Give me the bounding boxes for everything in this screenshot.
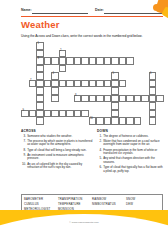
grid-empty [141, 42, 149, 50]
grid-cell[interactable] [111, 117, 119, 125]
grid-cell[interactable] [111, 95, 119, 103]
grid-empty [89, 65, 97, 73]
grid-empty [59, 72, 67, 80]
grid-cell[interactable] [44, 80, 52, 88]
grid-empty [96, 87, 104, 95]
clue-text: An instrument used to measure atmospheri… [27, 154, 93, 161]
grid-empty [156, 80, 164, 88]
grid-empty [21, 87, 29, 95]
clue-item: 10.An arc of colored light in the sky ca… [21, 163, 93, 170]
page-title: Weather [21, 19, 60, 30]
grid-cell[interactable] [44, 110, 52, 118]
grid-cell[interactable]: 2 [59, 50, 67, 58]
grid-empty [29, 57, 37, 65]
clue-number: 1. [97, 135, 102, 139]
clue-text: Type of cloud that typically has a flat … [103, 166, 163, 173]
name-label: Name: [21, 8, 32, 12]
grid-empty [141, 80, 149, 88]
grid-empty [29, 42, 37, 50]
grid-cell[interactable]: 5 [111, 72, 119, 80]
cell-number: 5 [112, 73, 113, 76]
grid-empty [104, 87, 112, 95]
grid-empty [66, 102, 74, 110]
grid-cell[interactable] [111, 80, 119, 88]
grid-empty [126, 42, 134, 50]
grid-empty [44, 65, 52, 73]
grid-empty [119, 110, 127, 118]
clue-number: 3. [21, 135, 26, 139]
grid-empty [59, 117, 67, 125]
grid-cell[interactable] [111, 87, 119, 95]
grid-cell[interactable] [59, 110, 67, 118]
header-row: Name: Date: [21, 8, 163, 15]
cell-number: 10 [90, 118, 93, 121]
grid-cell[interactable]: 6 [149, 72, 157, 80]
grid-empty [96, 50, 104, 58]
header-divider [21, 16, 163, 17]
clue-text: Type of cloud that will bring a long ste… [27, 149, 93, 153]
word-bank-word: DEW [126, 202, 160, 207]
grid-cell[interactable] [126, 117, 134, 125]
grid-cell[interactable] [51, 80, 59, 88]
grid-empty [119, 50, 127, 58]
grid-cell[interactable] [59, 57, 67, 65]
grid-empty [134, 42, 142, 50]
grid-empty [96, 72, 104, 80]
grid-empty [156, 117, 164, 125]
grid-cell[interactable]: 4 [51, 72, 59, 80]
grid-empty [141, 87, 149, 95]
name-input-line[interactable] [32, 13, 88, 14]
grid-empty [96, 110, 104, 118]
grid-empty [134, 87, 142, 95]
grid-cell[interactable] [66, 80, 74, 88]
grid-cell[interactable] [36, 95, 44, 103]
grid-empty [96, 102, 104, 110]
clue-item: 3.Someone who studies the weather. [21, 135, 93, 139]
grid-cell[interactable] [66, 57, 74, 65]
grid-empty [134, 65, 142, 73]
grid-empty [104, 102, 112, 110]
grid-empty [111, 50, 119, 58]
grid-empty [29, 50, 37, 58]
clue-item: 6.Type of cloud that typically has a fla… [97, 166, 163, 173]
grid-cell[interactable] [96, 95, 104, 103]
grid-empty [74, 72, 82, 80]
grid-empty [44, 50, 52, 58]
grid-cell[interactable] [149, 87, 157, 95]
cell-number: 7 [30, 80, 31, 83]
clue-item: 1.The degree of hotness or coldness. [97, 135, 163, 139]
clue-number: 8. [21, 149, 26, 153]
clue-item: 4.Frozen precipitation in the form of wh… [97, 149, 163, 156]
grid-empty [119, 102, 127, 110]
grid-empty [156, 102, 164, 110]
grid-empty [29, 102, 37, 110]
grid-empty [156, 72, 164, 80]
grid-cell[interactable] [74, 110, 82, 118]
grid-empty [156, 50, 164, 58]
grid-empty [44, 87, 52, 95]
grid-empty [21, 42, 29, 50]
grid-empty [104, 42, 112, 50]
down-clues: DOWN 1.The degree of hotness or coldness… [97, 129, 163, 175]
grid-empty [119, 42, 127, 50]
clue-item: 9.An instrument used to measure atmosphe… [21, 154, 93, 161]
grid-empty [134, 110, 142, 118]
grid-cell[interactable] [96, 80, 104, 88]
clue-number: 2. [97, 140, 102, 147]
grid-cell[interactable] [81, 80, 89, 88]
grid-cell[interactable] [149, 80, 157, 88]
grid-cell[interactable]: 8 [74, 95, 82, 103]
clue-text: Water that has condensed on a cool surfa… [103, 140, 163, 147]
grid-empty [141, 65, 149, 73]
grid-cell[interactable] [134, 117, 142, 125]
grid-empty [126, 110, 134, 118]
grid-cell[interactable] [44, 57, 52, 65]
grid-empty [59, 102, 67, 110]
clue-text: The process by which water in plants is … [27, 140, 93, 147]
grid-empty [141, 50, 149, 58]
clue-item: 5.Any wind that changes direction with t… [97, 157, 163, 164]
grid-empty [81, 42, 89, 50]
cell-number: 3 [37, 58, 38, 61]
grid-cell[interactable] [29, 110, 37, 118]
grid-empty [74, 117, 82, 125]
grid-empty [81, 50, 89, 58]
grid-cell[interactable] [36, 65, 44, 73]
grid-empty [51, 50, 59, 58]
grid-empty [66, 65, 74, 73]
grid-cell[interactable] [96, 117, 104, 125]
grid-empty [59, 87, 67, 95]
date-label: Date: [95, 8, 104, 12]
grid-cell[interactable] [59, 80, 67, 88]
grid-empty [126, 50, 134, 58]
grid-empty [89, 50, 97, 58]
clue-text: The degree of hotness or coldness. [103, 135, 163, 139]
grid-cell[interactable] [81, 57, 89, 65]
grid-empty [111, 65, 119, 73]
grid-empty [119, 87, 127, 95]
grid-cell[interactable] [36, 102, 44, 110]
clue-number: 7. [21, 140, 26, 147]
footer-url: © www.edworksheets.com [0, 221, 168, 224]
grid-empty [81, 117, 89, 125]
clue-item: 2.Water that has condensed on a cool sur… [97, 140, 163, 147]
grid-empty [89, 110, 97, 118]
grid-cell[interactable]: 7 [29, 80, 37, 88]
grid-empty [81, 102, 89, 110]
clues-section: ACROSS 3.Someone who studies the weather… [21, 129, 163, 175]
grid-cell[interactable] [51, 57, 59, 65]
crossword-grid: 12345678910 [21, 42, 164, 125]
grid-empty [74, 102, 82, 110]
grid-empty [66, 95, 74, 103]
grid-cell[interactable] [134, 95, 142, 103]
grid-empty [104, 65, 112, 73]
word-bank-word: NIMBOSTRATUS [92, 202, 126, 207]
grid-cell[interactable] [126, 95, 134, 103]
grid-empty [59, 95, 67, 103]
grid-cell[interactable] [104, 80, 112, 88]
clue-number: 6. [97, 166, 102, 173]
grid-cell[interactable] [149, 102, 157, 110]
grid-empty [126, 72, 134, 80]
grid-cell[interactable] [104, 117, 112, 125]
grid-cell[interactable]: 3 [36, 57, 44, 65]
grid-empty [89, 102, 97, 110]
clue-text: Any wind that changes direction with the… [103, 157, 163, 164]
grid-empty [134, 80, 142, 88]
grid-empty [81, 65, 89, 73]
grid-cell[interactable] [89, 95, 97, 103]
grid-cell[interactable] [51, 87, 59, 95]
grid-empty [141, 110, 149, 118]
grid-cell[interactable] [111, 110, 119, 118]
down-header: DOWN [97, 129, 163, 133]
grid-empty [156, 110, 164, 118]
cell-number: 1 [37, 43, 38, 46]
grid-cell[interactable] [141, 95, 149, 103]
grid-empty [74, 50, 82, 58]
grid-empty [156, 87, 164, 95]
grid-cell[interactable]: 1 [36, 42, 44, 50]
grid-cell[interactable] [89, 80, 97, 88]
cell-number: 8 [75, 95, 76, 98]
grid-empty [96, 42, 104, 50]
grid-empty [44, 42, 52, 50]
grid-empty [89, 42, 97, 50]
grid-empty [134, 72, 142, 80]
grid-empty [66, 87, 74, 95]
grid-cell[interactable] [119, 117, 127, 125]
grid-empty [104, 110, 112, 118]
grid-cell[interactable] [119, 95, 127, 103]
grid-cell[interactable] [36, 72, 44, 80]
grid-empty [74, 65, 82, 73]
grid-cell[interactable] [81, 95, 89, 103]
grid-empty [29, 87, 37, 95]
grid-cell[interactable] [66, 110, 74, 118]
clue-text: An arc of colored light in the sky cause… [27, 163, 93, 170]
grid-empty [126, 102, 134, 110]
clue-number: 4. [97, 149, 102, 156]
grid-cell[interactable] [74, 80, 82, 88]
grid-empty [149, 50, 157, 58]
grid-empty [149, 65, 157, 73]
grid-empty [21, 57, 29, 65]
grid-cell[interactable] [104, 95, 112, 103]
grid-empty [51, 102, 59, 110]
grid-empty [44, 102, 52, 110]
grid-cell[interactable] [104, 57, 112, 65]
grid-cell[interactable] [51, 95, 59, 103]
grid-empty [44, 72, 52, 80]
instructions-text: Using the Across and Down clues, write t… [21, 34, 157, 38]
clue-number: 5. [97, 157, 102, 164]
cell-number: 9 [22, 110, 23, 113]
grid-cell[interactable] [126, 57, 134, 65]
grid-cell[interactable] [36, 117, 44, 125]
grid-empty [119, 65, 127, 73]
grid-empty [21, 72, 29, 80]
grid-empty [21, 50, 29, 58]
clue-text: Frozen precipitation in the form of whit… [103, 149, 163, 156]
grid-empty [141, 102, 149, 110]
cell-number: 6 [150, 73, 151, 76]
across-clues: ACROSS 3.Someone who studies the weather… [21, 129, 93, 175]
grid-empty [119, 72, 127, 80]
grid-cell[interactable] [59, 65, 67, 73]
grid-cell[interactable] [149, 117, 157, 125]
grid-empty [156, 42, 164, 50]
grid-cell[interactable] [81, 110, 89, 118]
puzzle-piece-icon [148, 0, 168, 19]
clue-number: 9. [21, 154, 26, 161]
cell-number: 2 [60, 50, 61, 53]
grid-empty [149, 42, 157, 50]
grid-empty [66, 72, 74, 80]
grid-empty [21, 80, 29, 88]
grid-empty [81, 87, 89, 95]
grid-cell[interactable]: 9 [21, 110, 29, 118]
grid-cell[interactable] [149, 95, 157, 103]
grid-empty [126, 80, 134, 88]
grid-cell[interactable] [51, 110, 59, 118]
grid-empty [66, 117, 74, 125]
grid-empty [21, 95, 29, 103]
grid-empty [126, 87, 134, 95]
grid-empty [126, 65, 134, 73]
grid-empty [141, 72, 149, 80]
grid-empty [51, 117, 59, 125]
grid-empty [89, 72, 97, 80]
grid-empty [156, 65, 164, 73]
grid-cell[interactable] [119, 57, 127, 65]
grid-empty [104, 72, 112, 80]
grid-empty [96, 65, 104, 73]
grid-empty [21, 65, 29, 73]
grid-cell[interactable]: 10 [89, 117, 97, 125]
clue-item: 8.Type of cloud that will bring a long s… [21, 149, 93, 153]
grid-empty [29, 117, 37, 125]
grid-empty [66, 42, 74, 50]
grid-empty [51, 65, 59, 73]
grid-empty [44, 117, 52, 125]
clue-item: 7.The process by which water in plants i… [21, 140, 93, 147]
grid-cell[interactable] [36, 110, 44, 118]
clue-number: 10. [21, 163, 26, 170]
grid-cell[interactable] [111, 102, 119, 110]
grid-empty [51, 42, 59, 50]
grid-cell[interactable] [149, 110, 157, 118]
across-header: ACROSS [21, 129, 93, 133]
grid-cell[interactable] [36, 80, 44, 88]
grid-cell[interactable] [156, 95, 164, 103]
grid-cell[interactable] [74, 57, 82, 65]
grid-empty [134, 50, 142, 58]
grid-empty [104, 50, 112, 58]
grid-empty [89, 87, 97, 95]
grid-cell[interactable] [36, 87, 44, 95]
grid-cell[interactable] [111, 57, 119, 65]
grid-cell[interactable] [119, 80, 127, 88]
clue-text: Someone who studies the weather. [27, 135, 93, 139]
grid-empty [134, 102, 142, 110]
grid-empty [134, 57, 142, 65]
grid-empty [44, 95, 52, 103]
grid-empty [156, 57, 164, 65]
grid-empty [66, 50, 74, 58]
grid-empty [21, 117, 29, 125]
grid-empty [111, 42, 119, 50]
grid-cell[interactable] [89, 57, 97, 65]
grid-empty [74, 42, 82, 50]
grid-empty [141, 117, 149, 125]
grid-empty [29, 95, 37, 103]
grid-empty [29, 65, 37, 73]
grid-empty [81, 72, 89, 80]
grid-empty [141, 57, 149, 65]
cell-number: 4 [52, 73, 53, 76]
grid-cell[interactable] [96, 57, 104, 65]
grid-empty [149, 57, 157, 65]
grid-cell[interactable] [36, 50, 44, 58]
